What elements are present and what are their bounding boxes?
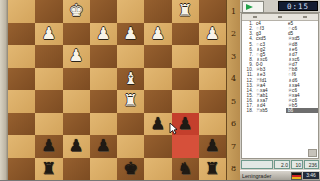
square-g4[interactable] bbox=[35, 68, 62, 91]
white-pawn-f3: ♟ bbox=[63, 45, 90, 68]
time-counter: 3:46 bbox=[303, 172, 319, 179]
rank-label-4: 4 bbox=[227, 68, 240, 91]
square-b7[interactable] bbox=[172, 135, 199, 158]
move-list: 1.c4e52.♘f3♘c63.g3d54.cxd5♕xd55.♘c3♕d86.… bbox=[242, 21, 318, 114]
header-mark bbox=[303, 16, 307, 18]
square-d5[interactable]: ♜ bbox=[117, 90, 144, 113]
opening-caption: Leningrader bbox=[240, 173, 291, 179]
square-g2[interactable]: ♟ bbox=[35, 23, 62, 46]
square-d3[interactable] bbox=[117, 45, 144, 68]
square-c5[interactable] bbox=[144, 90, 171, 113]
square-a6[interactable] bbox=[199, 113, 226, 136]
white-bishop-d4: ♝ bbox=[117, 68, 144, 91]
white-move[interactable]: ♖xb5 bbox=[254, 108, 286, 113]
square-f5[interactable] bbox=[63, 90, 90, 113]
square-a1[interactable] bbox=[199, 0, 226, 23]
play-icon bbox=[246, 4, 253, 10]
header-mark bbox=[253, 16, 257, 18]
square-c8[interactable] bbox=[144, 158, 171, 181]
square-g3[interactable] bbox=[35, 45, 62, 68]
square-h2[interactable] bbox=[8, 23, 35, 46]
square-h5[interactable] bbox=[8, 90, 35, 113]
square-c4[interactable] bbox=[144, 68, 171, 91]
square-h7[interactable] bbox=[8, 135, 35, 158]
white-pawn-e2: ♟ bbox=[90, 23, 117, 46]
square-c6[interactable]: ♟ bbox=[144, 113, 171, 136]
black-pawn-g7: ♟ bbox=[35, 135, 62, 158]
status-box-depth: 10 bbox=[291, 160, 303, 169]
square-f8[interactable] bbox=[63, 158, 90, 181]
square-e5[interactable] bbox=[90, 90, 117, 113]
square-e4[interactable] bbox=[90, 68, 117, 91]
header-mark bbox=[278, 16, 282, 18]
black-knight-b8: ♞ bbox=[172, 158, 199, 181]
square-b3[interactable] bbox=[172, 45, 199, 68]
square-b2[interactable] bbox=[172, 23, 199, 46]
square-c2[interactable]: ♟ bbox=[144, 23, 171, 46]
square-h6[interactable] bbox=[8, 113, 35, 136]
move-row-18.: 18.♖xb5b6 bbox=[242, 108, 318, 113]
square-a3[interactable] bbox=[199, 45, 226, 68]
square-d4[interactable]: ♝ bbox=[117, 68, 144, 91]
square-e3[interactable] bbox=[90, 45, 117, 68]
window-edge bbox=[0, 0, 8, 180]
square-f7[interactable]: ♟ bbox=[63, 135, 90, 158]
rank-label-5: 5 bbox=[227, 90, 240, 113]
square-d8[interactable]: ♚ bbox=[117, 158, 144, 181]
move-number: 18. bbox=[242, 108, 254, 113]
white-king-f1: ♚ bbox=[63, 0, 90, 23]
play-button[interactable] bbox=[242, 1, 264, 13]
square-f3[interactable]: ♟ bbox=[63, 45, 90, 68]
square-e6[interactable] bbox=[90, 113, 117, 136]
square-g1[interactable] bbox=[35, 0, 62, 23]
white-rook-d5: ♜ bbox=[117, 90, 144, 113]
square-b1[interactable]: ♜ bbox=[172, 0, 199, 23]
rank-label-1: 1 bbox=[227, 0, 240, 23]
rank-label-7: 7 bbox=[227, 135, 240, 158]
white-pawn-c2: ♟ bbox=[144, 23, 171, 46]
square-e2[interactable]: ♟ bbox=[90, 23, 117, 46]
square-d1[interactable] bbox=[117, 0, 144, 23]
square-e8[interactable] bbox=[90, 158, 117, 181]
square-a2[interactable]: ♟ bbox=[199, 23, 226, 46]
scrollbar-corner[interactable] bbox=[308, 149, 317, 157]
square-g5[interactable] bbox=[35, 90, 62, 113]
white-pawn-a2: ♟ bbox=[199, 23, 226, 46]
square-d2[interactable]: ♟ bbox=[117, 23, 144, 46]
square-a7[interactable]: ♟ bbox=[199, 135, 226, 158]
white-pawn-g2: ♟ bbox=[35, 23, 62, 46]
square-b8[interactable]: ♞ bbox=[172, 158, 199, 181]
square-c7[interactable] bbox=[144, 135, 171, 158]
square-d7[interactable] bbox=[117, 135, 144, 158]
square-c3[interactable] bbox=[144, 45, 171, 68]
square-c1[interactable] bbox=[144, 0, 171, 23]
move-table[interactable]: 1.c4e52.♘f3♘c63.g3d54.cxd5♕xd55.♘c3♕d86.… bbox=[241, 13, 319, 159]
status-row: 2.0 10 236 bbox=[241, 160, 319, 169]
black-pawn-e7: ♟ bbox=[90, 135, 117, 158]
board: ♚♜♟♟♟♟♟♟♝♜♟♟♟♟♟♟♜♚♞♜ bbox=[8, 0, 226, 180]
rank-label-6: 6 bbox=[227, 113, 240, 136]
square-d6[interactable] bbox=[117, 113, 144, 136]
black-rook-a8: ♜ bbox=[199, 158, 226, 181]
square-g6[interactable] bbox=[35, 113, 62, 136]
square-h1[interactable] bbox=[8, 0, 35, 23]
rank-label-strip: 12345678 bbox=[226, 0, 240, 180]
status-box-empty bbox=[241, 160, 273, 169]
square-a4[interactable] bbox=[199, 68, 226, 91]
square-b5[interactable] bbox=[172, 90, 199, 113]
square-e1[interactable] bbox=[90, 0, 117, 23]
black-pawn-c6: ♟ bbox=[144, 113, 171, 136]
status-box-nodes: 236 bbox=[304, 160, 319, 169]
black-move[interactable]: b6 bbox=[286, 108, 318, 113]
german-flag-icon bbox=[291, 172, 302, 180]
app-window: ♚♜♟♟♟♟♟♟♝♜♟♟♟♟♟♟♜♚♞♜ 12345678 0:15 1.c4e… bbox=[0, 0, 320, 180]
black-king-d8: ♚ bbox=[117, 158, 144, 181]
square-g8[interactable]: ♜ bbox=[35, 158, 62, 181]
white-rook-b1: ♜ bbox=[172, 0, 199, 23]
square-f4[interactable] bbox=[63, 68, 90, 91]
black-pawn-f7: ♟ bbox=[63, 135, 90, 158]
black-rook-g8: ♜ bbox=[35, 158, 62, 181]
square-g7[interactable]: ♟ bbox=[35, 135, 62, 158]
square-e7[interactable]: ♟ bbox=[90, 135, 117, 158]
move-table-header bbox=[242, 14, 318, 21]
rank-label-3: 3 bbox=[227, 45, 240, 68]
rank-label-8: 8 bbox=[227, 158, 240, 181]
black-pawn-a7: ♟ bbox=[199, 135, 226, 158]
square-f6[interactable] bbox=[63, 113, 90, 136]
square-f2[interactable] bbox=[63, 23, 90, 46]
square-a8[interactable]: ♜ bbox=[199, 158, 226, 181]
panel-toolbar: 0:15 bbox=[240, 0, 320, 13]
rank-label-2: 2 bbox=[227, 23, 240, 46]
square-h3[interactable] bbox=[8, 45, 35, 68]
square-h4[interactable] bbox=[8, 68, 35, 91]
square-h8[interactable] bbox=[8, 158, 35, 181]
flag-stripe-gold bbox=[292, 177, 301, 179]
status-bar: Leningrader 3:46 bbox=[240, 170, 320, 180]
square-a5[interactable] bbox=[199, 90, 226, 113]
notation-panel: 0:15 1.c4e52.♘f3♘c63.g3d54.cxd5♕xd55.♘c3… bbox=[240, 0, 320, 180]
status-box-eval: 2.0 bbox=[274, 160, 290, 169]
game-clock: 0:15 bbox=[278, 1, 318, 11]
mouse-cursor bbox=[169, 123, 178, 135]
white-pawn-d2: ♟ bbox=[117, 23, 144, 46]
square-b4[interactable] bbox=[172, 68, 199, 91]
square-f1[interactable]: ♚ bbox=[63, 0, 90, 23]
